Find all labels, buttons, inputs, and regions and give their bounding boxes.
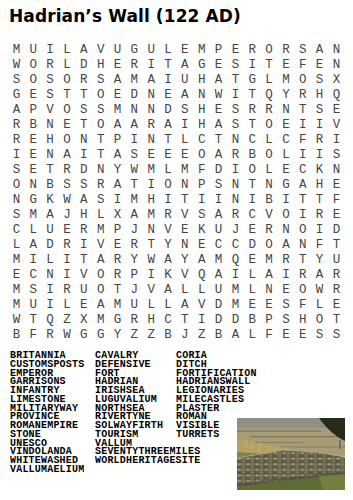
- grid-cell[interactable]: S: [92, 102, 109, 117]
- grid-cell[interactable]: E: [261, 297, 278, 312]
- grid-cell[interactable]: T: [244, 117, 261, 132]
- grid-cell[interactable]: U: [176, 72, 193, 87]
- grid-cell[interactable]: C: [244, 132, 261, 147]
- grid-cell[interactable]: O: [294, 72, 311, 87]
- grid-cell[interactable]: A: [75, 192, 92, 207]
- grid-cell[interactable]: N: [25, 177, 42, 192]
- grid-cell[interactable]: L: [193, 282, 210, 297]
- grid-cell[interactable]: E: [278, 162, 295, 177]
- grid-cell[interactable]: G: [8, 87, 25, 102]
- grid-cell[interactable]: T: [75, 117, 92, 132]
- grid-cell[interactable]: I: [227, 267, 244, 282]
- grid-cell[interactable]: Z: [193, 327, 210, 342]
- grid-cell[interactable]: N: [278, 222, 295, 237]
- grid-cell[interactable]: W: [59, 327, 76, 342]
- grid-cell[interactable]: T: [210, 132, 227, 147]
- grid-cell[interactable]: U: [126, 297, 143, 312]
- grid-cell[interactable]: E: [227, 42, 244, 57]
- grid-cell[interactable]: D: [75, 162, 92, 177]
- grid-cell[interactable]: M: [126, 192, 143, 207]
- grid-cell[interactable]: A: [160, 117, 177, 132]
- grid-cell[interactable]: S: [311, 102, 328, 117]
- grid-cell[interactable]: V: [328, 117, 345, 132]
- grid-cell[interactable]: D: [227, 312, 244, 327]
- grid-cell[interactable]: Q: [193, 267, 210, 282]
- grid-cell[interactable]: L: [311, 297, 328, 312]
- grid-cell[interactable]: R: [126, 237, 143, 252]
- grid-cell[interactable]: L: [160, 42, 177, 57]
- grid-cell[interactable]: T: [328, 312, 345, 327]
- grid-cell[interactable]: R: [42, 57, 59, 72]
- grid-cell[interactable]: M: [176, 162, 193, 177]
- grid-cell[interactable]: B: [160, 327, 177, 342]
- grid-cell[interactable]: A: [160, 282, 177, 297]
- grid-cell[interactable]: V: [75, 267, 92, 282]
- grid-cell[interactable]: I: [109, 192, 126, 207]
- grid-cell[interactable]: E: [176, 222, 193, 237]
- grid-cell[interactable]: L: [176, 282, 193, 297]
- grid-cell[interactable]: T: [227, 72, 244, 87]
- grid-cell[interactable]: E: [59, 117, 76, 132]
- grid-cell[interactable]: L: [160, 162, 177, 177]
- grid-cell[interactable]: S: [210, 177, 227, 192]
- grid-cell[interactable]: O: [294, 282, 311, 297]
- grid-cell[interactable]: B: [244, 312, 261, 327]
- grid-cell[interactable]: A: [227, 327, 244, 342]
- grid-cell[interactable]: R: [8, 132, 25, 147]
- grid-cell[interactable]: B: [25, 117, 42, 132]
- grid-cell[interactable]: D: [160, 102, 177, 117]
- grid-cell[interactable]: S: [311, 327, 328, 342]
- grid-cell[interactable]: B: [8, 327, 25, 342]
- grid-cell[interactable]: I: [328, 132, 345, 147]
- grid-cell[interactable]: S: [42, 72, 59, 87]
- grid-cell[interactable]: A: [92, 252, 109, 267]
- grid-cell[interactable]: M: [8, 297, 25, 312]
- grid-cell[interactable]: N: [193, 87, 210, 102]
- grid-cell[interactable]: S: [294, 42, 311, 57]
- grid-cell[interactable]: E: [328, 102, 345, 117]
- grid-cell[interactable]: M: [227, 297, 244, 312]
- grid-cell[interactable]: A: [109, 147, 126, 162]
- grid-cell[interactable]: I: [227, 162, 244, 177]
- grid-cell[interactable]: V: [176, 207, 193, 222]
- grid-cell[interactable]: L: [8, 237, 25, 252]
- grid-cell[interactable]: I: [75, 147, 92, 162]
- grid-cell[interactable]: L: [244, 267, 261, 282]
- grid-cell[interactable]: E: [109, 237, 126, 252]
- grid-cell[interactable]: E: [193, 237, 210, 252]
- grid-cell[interactable]: I: [25, 252, 42, 267]
- grid-cell[interactable]: S: [328, 147, 345, 162]
- grid-cell[interactable]: U: [210, 222, 227, 237]
- grid-cell[interactable]: T: [59, 87, 76, 102]
- grid-cell[interactable]: I: [143, 267, 160, 282]
- grid-cell[interactable]: E: [109, 87, 126, 102]
- grid-cell[interactable]: I: [59, 252, 76, 267]
- grid-cell[interactable]: A: [126, 117, 143, 132]
- grid-cell[interactable]: E: [278, 117, 295, 132]
- grid-cell[interactable]: C: [8, 222, 25, 237]
- grid-cell[interactable]: C: [294, 162, 311, 177]
- grid-cell[interactable]: N: [92, 162, 109, 177]
- grid-cell[interactable]: T: [160, 132, 177, 147]
- grid-cell[interactable]: E: [59, 222, 76, 237]
- grid-cell[interactable]: N: [227, 132, 244, 147]
- grid-cell[interactable]: K: [311, 162, 328, 177]
- grid-cell[interactable]: I: [311, 117, 328, 132]
- grid-cell[interactable]: C: [244, 207, 261, 222]
- grid-cell[interactable]: N: [328, 42, 345, 57]
- grid-cell[interactable]: P: [193, 177, 210, 192]
- grid-cell[interactable]: I: [244, 192, 261, 207]
- grid-cell[interactable]: H: [311, 177, 328, 192]
- grid-cell[interactable]: N: [227, 177, 244, 192]
- grid-cell[interactable]: O: [92, 87, 109, 102]
- grid-cell[interactable]: S: [126, 147, 143, 162]
- grid-cell[interactable]: A: [176, 87, 193, 102]
- grid-cell[interactable]: U: [328, 252, 345, 267]
- grid-cell[interactable]: E: [244, 252, 261, 267]
- grid-cell[interactable]: A: [109, 72, 126, 87]
- grid-cell[interactable]: A: [109, 117, 126, 132]
- grid-cell[interactable]: D: [244, 237, 261, 252]
- grid-cell[interactable]: L: [244, 327, 261, 342]
- grid-cell[interactable]: R: [278, 42, 295, 57]
- grid-cell[interactable]: R: [261, 222, 278, 237]
- grid-cell[interactable]: G: [193, 57, 210, 72]
- grid-cell[interactable]: T: [126, 177, 143, 192]
- grid-cell[interactable]: C: [160, 312, 177, 327]
- grid-cell[interactable]: N: [143, 87, 160, 102]
- grid-cell[interactable]: L: [261, 162, 278, 177]
- grid-cell[interactable]: M: [25, 207, 42, 222]
- grid-cell[interactable]: B: [42, 177, 59, 192]
- grid-cell[interactable]: H: [143, 192, 160, 207]
- grid-cell[interactable]: R: [75, 222, 92, 237]
- grid-cell[interactable]: S: [8, 162, 25, 177]
- grid-cell[interactable]: F: [193, 162, 210, 177]
- grid-cell[interactable]: G: [92, 327, 109, 342]
- grid-cell[interactable]: O: [193, 147, 210, 162]
- grid-cell[interactable]: I: [193, 312, 210, 327]
- grid-cell[interactable]: T: [176, 312, 193, 327]
- grid-cell[interactable]: O: [59, 102, 76, 117]
- grid-cell[interactable]: Y: [109, 327, 126, 342]
- grid-cell[interactable]: O: [92, 117, 109, 132]
- grid-cell[interactable]: I: [294, 117, 311, 132]
- grid-cell[interactable]: E: [278, 282, 295, 297]
- grid-cell[interactable]: T: [143, 237, 160, 252]
- grid-cell[interactable]: M: [8, 252, 25, 267]
- grid-cell[interactable]: N: [42, 147, 59, 162]
- grid-cell[interactable]: H: [193, 72, 210, 87]
- grid-cell[interactable]: G: [126, 42, 143, 57]
- grid-cell[interactable]: O: [25, 72, 42, 87]
- grid-cell[interactable]: N: [126, 102, 143, 117]
- grid-cell[interactable]: T: [244, 177, 261, 192]
- grid-cell[interactable]: G: [109, 312, 126, 327]
- grid-cell[interactable]: N: [328, 162, 345, 177]
- grid-cell[interactable]: U: [42, 222, 59, 237]
- grid-cell[interactable]: A: [311, 267, 328, 282]
- grid-cell[interactable]: E: [328, 177, 345, 192]
- grid-cell[interactable]: V: [176, 267, 193, 282]
- grid-cell[interactable]: T: [328, 237, 345, 252]
- grid-cell[interactable]: J: [126, 282, 143, 297]
- grid-cell[interactable]: I: [75, 237, 92, 252]
- grid-cell[interactable]: I: [244, 57, 261, 72]
- grid-cell[interactable]: R: [227, 147, 244, 162]
- grid-cell[interactable]: U: [143, 42, 160, 57]
- grid-cell[interactable]: V: [92, 237, 109, 252]
- grid-cell[interactable]: Y: [176, 252, 193, 267]
- grid-cell[interactable]: O: [311, 312, 328, 327]
- grid-cell[interactable]: U: [210, 282, 227, 297]
- grid-cell[interactable]: S: [75, 102, 92, 117]
- grid-cell[interactable]: D: [42, 237, 59, 252]
- grid-cell[interactable]: Y: [109, 162, 126, 177]
- grid-cell[interactable]: F: [294, 297, 311, 312]
- grid-cell[interactable]: O: [278, 207, 295, 222]
- grid-cell[interactable]: E: [75, 297, 92, 312]
- grid-cell[interactable]: M: [92, 312, 109, 327]
- grid-cell[interactable]: N: [8, 192, 25, 207]
- grid-cell[interactable]: J: [126, 222, 143, 237]
- grid-cell[interactable]: F: [311, 237, 328, 252]
- grid-cell[interactable]: I: [42, 42, 59, 57]
- grid-cell[interactable]: G: [278, 177, 295, 192]
- grid-cell[interactable]: I: [176, 117, 193, 132]
- grid-cell[interactable]: H: [143, 312, 160, 327]
- grid-cell[interactable]: F: [25, 327, 42, 342]
- grid-cell[interactable]: I: [59, 267, 76, 282]
- grid-cell[interactable]: K: [160, 267, 177, 282]
- grid-cell[interactable]: R: [59, 237, 76, 252]
- grid-cell[interactable]: S: [227, 102, 244, 117]
- grid-cell[interactable]: S: [92, 72, 109, 87]
- grid-cell[interactable]: C: [193, 132, 210, 147]
- grid-cell[interactable]: A: [126, 207, 143, 222]
- grid-cell[interactable]: U: [109, 42, 126, 57]
- grid-cell[interactable]: S: [278, 312, 295, 327]
- grid-cell[interactable]: S: [193, 207, 210, 222]
- grid-cell[interactable]: R: [75, 72, 92, 87]
- grid-cell[interactable]: C: [210, 237, 227, 252]
- grid-cell[interactable]: R: [294, 87, 311, 102]
- grid-cell[interactable]: G: [25, 192, 42, 207]
- grid-cell[interactable]: S: [278, 297, 295, 312]
- grid-cell[interactable]: W: [8, 57, 25, 72]
- grid-cell[interactable]: Y: [126, 252, 143, 267]
- grid-cell[interactable]: A: [176, 297, 193, 312]
- grid-cell[interactable]: W: [210, 87, 227, 102]
- grid-cell[interactable]: Y: [160, 237, 177, 252]
- grid-cell[interactable]: V: [261, 207, 278, 222]
- grid-cell[interactable]: W: [311, 282, 328, 297]
- grid-cell[interactable]: A: [109, 177, 126, 192]
- grid-cell[interactable]: A: [8, 102, 25, 117]
- grid-cell[interactable]: O: [25, 57, 42, 72]
- grid-cell[interactable]: A: [143, 72, 160, 87]
- grid-cell[interactable]: T: [261, 57, 278, 72]
- grid-cell[interactable]: I: [311, 222, 328, 237]
- grid-cell[interactable]: A: [210, 267, 227, 282]
- grid-cell[interactable]: L: [42, 252, 59, 267]
- grid-cell[interactable]: P: [25, 102, 42, 117]
- grid-cell[interactable]: E: [25, 132, 42, 147]
- grid-cell[interactable]: R: [244, 42, 261, 57]
- grid-cell[interactable]: M: [109, 102, 126, 117]
- grid-cell[interactable]: E: [25, 147, 42, 162]
- grid-cell[interactable]: M: [8, 42, 25, 57]
- grid-cell[interactable]: V: [160, 222, 177, 237]
- grid-cell[interactable]: S: [42, 87, 59, 102]
- grid-cell[interactable]: N: [143, 102, 160, 117]
- grid-cell[interactable]: W: [8, 312, 25, 327]
- grid-cell[interactable]: K: [42, 192, 59, 207]
- grid-cell[interactable]: M: [143, 207, 160, 222]
- grid-cell[interactable]: R: [92, 177, 109, 192]
- grid-cell[interactable]: M: [109, 297, 126, 312]
- grid-cell[interactable]: O: [244, 162, 261, 177]
- grid-cell[interactable]: E: [176, 42, 193, 57]
- grid-cell[interactable]: S: [328, 327, 345, 342]
- grid-cell[interactable]: F: [261, 327, 278, 342]
- grid-cell[interactable]: A: [210, 117, 227, 132]
- grid-cell[interactable]: O: [261, 117, 278, 132]
- grid-cell[interactable]: I: [42, 297, 59, 312]
- grid-cell[interactable]: R: [126, 57, 143, 72]
- grid-cell[interactable]: T: [160, 57, 177, 72]
- grid-cell[interactable]: W: [126, 162, 143, 177]
- grid-cell[interactable]: A: [210, 147, 227, 162]
- grid-cell[interactable]: T: [109, 282, 126, 297]
- grid-cell[interactable]: E: [311, 57, 328, 72]
- grid-cell[interactable]: O: [261, 42, 278, 57]
- grid-cell[interactable]: O: [8, 177, 25, 192]
- grid-cell[interactable]: Z: [126, 327, 143, 342]
- grid-cell[interactable]: H: [311, 87, 328, 102]
- grid-cell[interactable]: B: [261, 192, 278, 207]
- grid-cell[interactable]: H: [193, 117, 210, 132]
- grid-cell[interactable]: O: [294, 222, 311, 237]
- grid-cell[interactable]: M: [261, 252, 278, 267]
- grid-cell[interactable]: D: [126, 87, 143, 102]
- grid-cell[interactable]: E: [25, 162, 42, 177]
- grid-cell[interactable]: R: [294, 267, 311, 282]
- grid-cell[interactable]: N: [143, 222, 160, 237]
- grid-cell[interactable]: B: [244, 147, 261, 162]
- grid-cell[interactable]: J: [227, 222, 244, 237]
- grid-cell[interactable]: E: [176, 147, 193, 162]
- grid-cell[interactable]: I: [160, 72, 177, 87]
- grid-cell[interactable]: A: [25, 237, 42, 252]
- grid-cell[interactable]: V: [193, 297, 210, 312]
- grid-cell[interactable]: T: [75, 87, 92, 102]
- grid-cell[interactable]: T: [42, 162, 59, 177]
- grid-cell[interactable]: D: [328, 222, 345, 237]
- grid-cell[interactable]: A: [42, 207, 59, 222]
- grid-cell[interactable]: U: [25, 297, 42, 312]
- grid-cell[interactable]: F: [294, 57, 311, 72]
- grid-cell[interactable]: L: [59, 297, 76, 312]
- grid-cell[interactable]: H: [42, 132, 59, 147]
- grid-cell[interactable]: Y: [278, 87, 295, 102]
- grid-cell[interactable]: R: [126, 312, 143, 327]
- grid-cell[interactable]: P: [126, 267, 143, 282]
- grid-cell[interactable]: N: [294, 237, 311, 252]
- grid-cell[interactable]: R: [328, 267, 345, 282]
- grid-cell[interactable]: P: [109, 132, 126, 147]
- grid-cell[interactable]: N: [227, 192, 244, 207]
- grid-cell[interactable]: S: [176, 102, 193, 117]
- grid-cell[interactable]: T: [75, 252, 92, 267]
- grid-cell[interactable]: A: [261, 267, 278, 282]
- grid-cell[interactable]: T: [92, 132, 109, 147]
- grid-cell[interactable]: E: [143, 147, 160, 162]
- grid-cell[interactable]: S: [59, 177, 76, 192]
- grid-cell[interactable]: L: [244, 282, 261, 297]
- grid-cell[interactable]: G: [244, 72, 261, 87]
- grid-cell[interactable]: E: [160, 147, 177, 162]
- grid-cell[interactable]: E: [278, 57, 295, 72]
- grid-cell[interactable]: P: [109, 222, 126, 237]
- grid-cell[interactable]: N: [143, 132, 160, 147]
- grid-cell[interactable]: A: [210, 207, 227, 222]
- grid-cell[interactable]: I: [227, 87, 244, 102]
- grid-cell[interactable]: O: [92, 267, 109, 282]
- grid-cell[interactable]: M: [92, 222, 109, 237]
- grid-cell[interactable]: Z: [143, 327, 160, 342]
- grid-cell[interactable]: I: [294, 207, 311, 222]
- grid-cell[interactable]: P: [261, 312, 278, 327]
- grid-cell[interactable]: N: [42, 117, 59, 132]
- grid-cell[interactable]: N: [42, 267, 59, 282]
- grid-cell[interactable]: R: [109, 267, 126, 282]
- grid-cell[interactable]: M: [210, 252, 227, 267]
- grid-cell[interactable]: V: [143, 282, 160, 297]
- grid-cell[interactable]: H: [193, 102, 210, 117]
- grid-cell[interactable]: H: [75, 207, 92, 222]
- grid-cell[interactable]: O: [261, 237, 278, 252]
- grid-cell[interactable]: Q: [227, 252, 244, 267]
- grid-cell[interactable]: H: [92, 57, 109, 72]
- grid-cell[interactable]: X: [75, 312, 92, 327]
- grid-cell[interactable]: E: [210, 57, 227, 72]
- grid-cell[interactable]: R: [311, 132, 328, 147]
- grid-cell[interactable]: A: [210, 72, 227, 87]
- grid-cell[interactable]: E: [109, 57, 126, 72]
- grid-cell[interactable]: S: [8, 207, 25, 222]
- grid-cell[interactable]: N: [176, 177, 193, 192]
- grid-cell[interactable]: C: [278, 132, 295, 147]
- grid-cell[interactable]: E: [294, 327, 311, 342]
- grid-cell[interactable]: L: [176, 132, 193, 147]
- grid-cell[interactable]: M: [278, 72, 295, 87]
- grid-cell[interactable]: L: [160, 297, 177, 312]
- grid-cell[interactable]: I: [278, 267, 295, 282]
- grid-cell[interactable]: N: [261, 177, 278, 192]
- grid-cell[interactable]: A: [278, 237, 295, 252]
- grid-cell[interactable]: R: [227, 207, 244, 222]
- grid-cell[interactable]: T: [294, 192, 311, 207]
- grid-cell[interactable]: T: [244, 87, 261, 102]
- grid-cell[interactable]: T: [294, 102, 311, 117]
- grid-cell[interactable]: S: [311, 72, 328, 87]
- grid-cell[interactable]: M: [227, 282, 244, 297]
- grid-cell[interactable]: X: [109, 207, 126, 222]
